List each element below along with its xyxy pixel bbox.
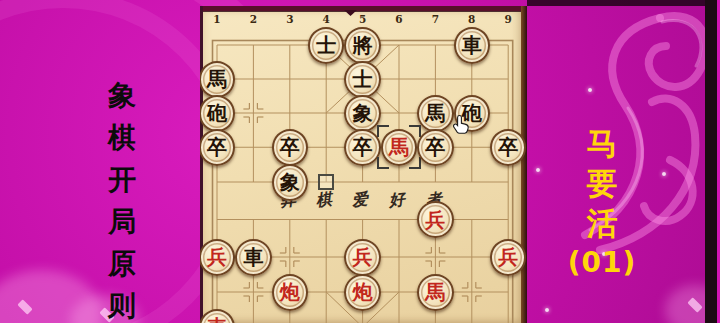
board-point-5-7: 兵 [344, 240, 380, 275]
board-point-1-4: 卒 [200, 130, 235, 165]
left-title-banner: 象棋开局原则 [98, 82, 146, 320]
hand-cursor-icon [452, 114, 472, 136]
xiangqi-board[interactable]: 弈棋爱好者 士將車馬士砲象馬砲卒卒卒馬卒卒象兵兵車兵兵炮炮馬車 12345678… [200, 6, 527, 323]
right-edge-bar [705, 0, 717, 323]
sparkle-dot [536, 168, 540, 172]
red-piece-馬[interactable]: 馬 [381, 129, 417, 166]
board-point-3-4: 卒 [272, 130, 308, 165]
black-piece-士[interactable]: 士 [344, 61, 380, 98]
board-point-3-8: 炮 [272, 275, 308, 310]
black-piece-象[interactable]: 象 [344, 95, 380, 132]
sparkle-dot [662, 172, 666, 176]
black-piece-馬[interactable]: 馬 [200, 61, 235, 98]
board-point-5-1: 將 [344, 28, 380, 62]
red-piece-炮[interactable]: 炮 [272, 274, 308, 311]
board-point-1-7: 兵 [200, 240, 235, 275]
black-piece-車[interactable]: 車 [235, 239, 271, 276]
board-point-1-2: 馬 [200, 62, 235, 96]
black-piece-將[interactable]: 將 [344, 27, 380, 64]
left-banner-char: 开 [108, 166, 136, 194]
right-banner-number: (01) [568, 248, 637, 278]
board-point-7-4: 卒 [417, 130, 453, 165]
black-piece-象[interactable]: 象 [272, 164, 308, 201]
piece-grid: 士將車馬士砲象馬砲卒卒卒馬卒卒象兵兵車兵兵炮炮馬車 [200, 28, 526, 323]
red-piece-車[interactable]: 車 [200, 309, 235, 323]
black-piece-卒[interactable]: 卒 [272, 129, 308, 166]
board-point-6-4: 馬 [381, 130, 417, 165]
red-piece-兵[interactable]: 兵 [344, 239, 380, 276]
red-piece-兵[interactable]: 兵 [417, 201, 453, 238]
left-banner-char: 则 [108, 292, 136, 320]
board-point-4-1: 士 [308, 28, 344, 62]
board-point-7-6: 兵 [417, 200, 453, 240]
board-point-8-1: 車 [454, 28, 490, 62]
right-title-banner: 马要活(01) [560, 128, 644, 278]
red-piece-馬[interactable]: 馬 [417, 274, 453, 311]
pink-blob-decoration [0, 270, 102, 323]
black-piece-馬[interactable]: 馬 [417, 95, 453, 132]
left-banner-char: 棋 [108, 124, 136, 152]
sparkle-diamond-decoration [687, 297, 702, 312]
board-point-1-3: 砲 [200, 96, 235, 130]
screenshot-root: 象棋开局原则 马要活(01) 弈棋爱好者 士將車馬士砲象馬砲卒卒卒馬卒卒象兵兵車… [0, 0, 720, 323]
board-point-9-4: 卒 [490, 130, 526, 165]
board-point-1-9: 車 [200, 310, 235, 323]
black-piece-砲[interactable]: 砲 [200, 95, 235, 132]
black-piece-卒[interactable]: 卒 [417, 129, 453, 166]
board-point-3-5: 象 [272, 165, 308, 200]
board-point-2-7: 車 [235, 240, 271, 275]
red-piece-兵[interactable]: 兵 [200, 239, 235, 276]
top-edge-shadow [527, 0, 705, 6]
sparkle-dot [588, 88, 592, 92]
right-banner-char: 要 [587, 168, 618, 199]
black-piece-車[interactable]: 車 [454, 27, 490, 64]
board-point-5-3: 象 [344, 96, 380, 130]
red-piece-兵[interactable]: 兵 [490, 239, 526, 276]
black-piece-卒[interactable]: 卒 [490, 129, 526, 166]
board-point-5-8: 炮 [344, 275, 380, 310]
right-banner-char: 活 [587, 208, 618, 239]
board-point-7-8: 馬 [417, 275, 453, 310]
board-point-9-7: 兵 [490, 240, 526, 275]
right-banner-char: 马 [587, 128, 618, 159]
left-banner-char: 局 [108, 208, 136, 236]
board-point-7-3: 馬 [417, 96, 453, 130]
left-banner-char: 原 [108, 250, 136, 278]
sparkle-dot [545, 308, 549, 312]
board-point-5-4: 卒 [344, 130, 380, 165]
black-piece-卒[interactable]: 卒 [344, 129, 380, 166]
board-point-5-2: 士 [344, 62, 380, 96]
black-piece-卒[interactable]: 卒 [200, 129, 235, 166]
black-piece-士[interactable]: 士 [308, 27, 344, 64]
sparkle-diamond-decoration [17, 299, 32, 314]
left-banner-char: 象 [108, 82, 136, 110]
red-piece-炮[interactable]: 炮 [344, 274, 380, 311]
